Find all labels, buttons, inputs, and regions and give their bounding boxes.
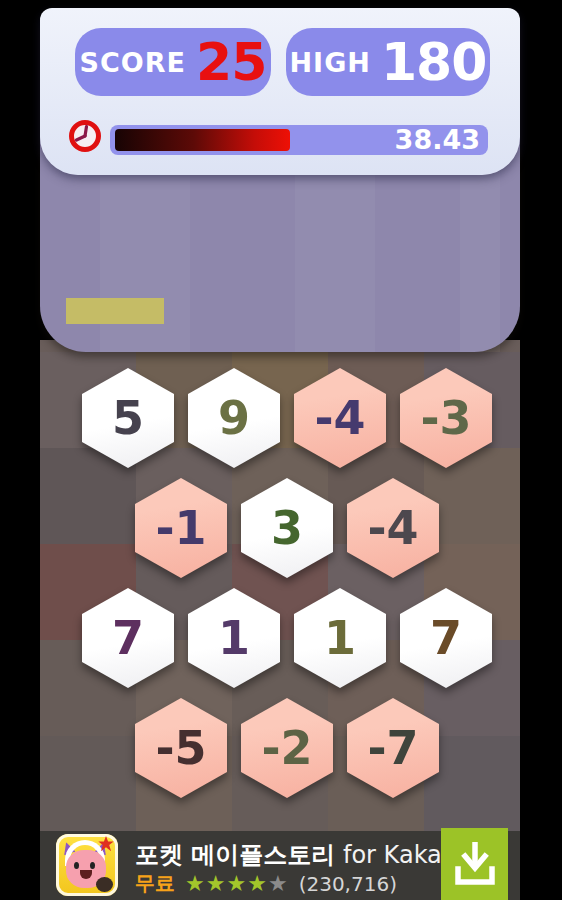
hex-tile[interactable]: 1 [294,588,386,688]
clock-icon [68,119,102,157]
timer-row: 38.43 [40,116,520,160]
timer-fill [115,129,290,151]
kakao-bubble-icon [96,877,113,892]
timer-bar: 38.43 [110,125,488,155]
score-card: SCORE 25 HIGH 180 38.43 [40,8,520,175]
score-value: 25 [196,32,266,92]
hex-tile-value: -4 [347,478,439,578]
score-badge: SCORE 25 [75,28,271,96]
hex-tile-value: -4 [294,368,386,468]
hex-tile-value: 7 [82,588,174,688]
hex-tile-value: -1 [135,478,227,578]
hex-tile-value: 3 [241,478,333,578]
hex-tile[interactable]: -5 [135,698,227,798]
hex-tile-value: -7 [347,698,439,798]
hex-tile-value: 1 [188,588,280,688]
answer-slot[interactable] [66,298,164,324]
hex-tile-value: -2 [241,698,333,798]
hex-tile[interactable]: 9 [188,368,280,468]
star-rating: ★★★★★ [185,873,289,895]
hex-tile[interactable]: -2 [241,698,333,798]
hex-tile-value: -3 [400,368,492,468]
hex-tile[interactable]: 1 [188,588,280,688]
hex-tile[interactable]: -4 [347,478,439,578]
hex-tile[interactable]: -7 [347,698,439,798]
hex-tile-value: 7 [400,588,492,688]
ad-title[interactable]: 포켓 메이플스토리 for Kakao [135,839,457,871]
hex-tile[interactable]: 7 [82,588,174,688]
download-icon [454,842,496,886]
maplestory-app-icon[interactable] [56,834,118,896]
hex-tile[interactable]: 7 [400,588,492,688]
game-screen: SCORE 25 HIGH 180 38.43 59-4-3-13-47117-… [0,0,562,900]
ad-meta: 무료 ★★★★★ (230,716) [135,870,397,897]
hex-tile-value: 1 [294,588,386,688]
price-label: 무료 [135,870,175,897]
hex-tile-value: 9 [188,368,280,468]
hex-tile[interactable]: -1 [135,478,227,578]
timer-value: 38.43 [395,125,480,155]
score-label: SCORE [80,47,186,78]
hex-tile[interactable]: 3 [241,478,333,578]
high-value: 180 [381,32,487,92]
high-label: HIGH [290,47,371,78]
download-button[interactable] [441,828,508,900]
rating-count: (230,716) [299,872,397,896]
hex-tile[interactable]: 5 [82,368,174,468]
hex-tile-value: -5 [135,698,227,798]
hex-tile[interactable]: -4 [294,368,386,468]
ad-banner[interactable]: 포켓 메이플스토리 for Kakao 무료 ★★★★★ (230,716) [40,831,520,900]
hex-tile[interactable]: -3 [400,368,492,468]
hex-tile-value: 5 [82,368,174,468]
high-score-badge: HIGH 180 [286,28,490,96]
